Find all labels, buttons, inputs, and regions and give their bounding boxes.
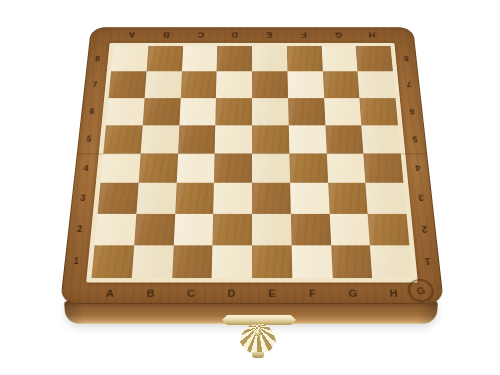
latch-rivet bbox=[255, 330, 261, 336]
brass-latch bbox=[0, 0, 500, 375]
product-photo: ABCDEFGH ABCDEFGH 87654321 87654321 G bbox=[0, 0, 500, 375]
latch-shell-clasp-icon bbox=[240, 324, 276, 354]
latch-tab bbox=[252, 352, 264, 358]
latch-plate bbox=[222, 315, 296, 325]
